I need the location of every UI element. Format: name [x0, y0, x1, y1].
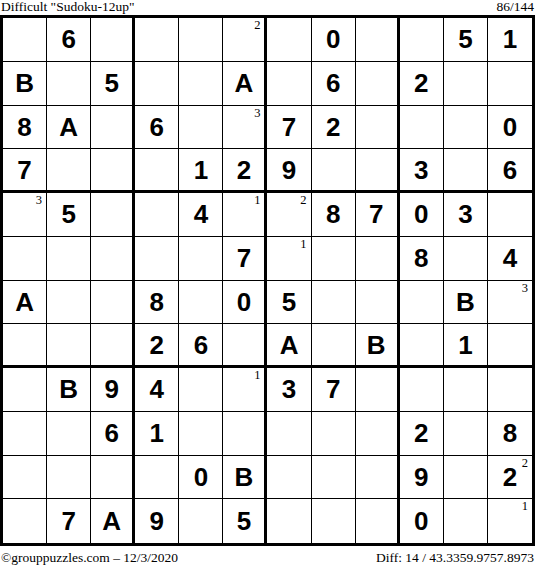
- cell-r5c8[interactable]: 8: [312, 193, 356, 237]
- small-corner-mark: 1: [254, 369, 260, 382]
- given-value: 9: [414, 464, 428, 490]
- cell-r12c2[interactable]: 7: [47, 499, 91, 543]
- cell-r11c7[interactable]: [267, 456, 311, 500]
- given-value: 0: [326, 26, 340, 52]
- given-value: 7: [282, 114, 296, 140]
- given-value: 7: [326, 376, 340, 402]
- cell-r8c6[interactable]: [223, 324, 267, 368]
- cell-r4c10[interactable]: 3: [400, 149, 444, 193]
- given-value: B: [235, 464, 254, 490]
- cell-r11c5[interactable]: 0: [179, 456, 223, 500]
- cell-r10c6[interactable]: [223, 412, 267, 456]
- cell-r3c6[interactable]: 3: [223, 106, 267, 150]
- cell-r11c10[interactable]: 9: [400, 456, 444, 500]
- cell-r5c7[interactable]: 2: [267, 193, 311, 237]
- cell-r8c9[interactable]: B: [356, 324, 400, 368]
- given-value: 8: [414, 245, 428, 271]
- cell-r4c9[interactable]: [356, 149, 400, 193]
- given-value: 2: [150, 332, 164, 358]
- cell-r4c1[interactable]: 7: [3, 149, 47, 193]
- cell-r1c12[interactable]: 1: [488, 18, 532, 62]
- cell-r9c2[interactable]: B: [47, 368, 91, 412]
- cell-r7c12[interactable]: 3: [488, 281, 532, 325]
- cell-r5c1[interactable]: 3: [3, 193, 47, 237]
- cell-r12c12[interactable]: 1: [488, 499, 532, 543]
- given-value: 3: [282, 376, 296, 402]
- cell-r10c2[interactable]: [47, 412, 91, 456]
- given-value: 7: [237, 245, 251, 271]
- small-corner-mark: 3: [254, 107, 260, 120]
- given-value: 8: [17, 114, 31, 140]
- given-value: 6: [503, 157, 517, 183]
- given-value: 5: [458, 26, 472, 52]
- cell-r3c12[interactable]: 0: [488, 106, 532, 150]
- cell-r2c8[interactable]: 6: [312, 62, 356, 106]
- cell-r2c9[interactable]: [356, 62, 400, 106]
- cell-r1c3[interactable]: [91, 18, 135, 62]
- cell-r5c9[interactable]: 7: [356, 193, 400, 237]
- cell-r8c7[interactable]: A: [267, 324, 311, 368]
- cell-r5c6[interactable]: 1: [223, 193, 267, 237]
- given-value: B: [59, 376, 78, 402]
- cell-r7c5[interactable]: [179, 281, 223, 325]
- cell-r3c8[interactable]: 2: [312, 106, 356, 150]
- cell-r8c12[interactable]: [488, 324, 532, 368]
- cell-r7c7[interactable]: 5: [267, 281, 311, 325]
- given-value: 0: [194, 464, 208, 490]
- cell-r1c4[interactable]: [135, 18, 179, 62]
- cell-r2c10[interactable]: 2: [400, 62, 444, 106]
- cell-r1c8[interactable]: 0: [312, 18, 356, 62]
- small-corner-mark: 2: [254, 19, 260, 32]
- cell-r1c11[interactable]: 5: [444, 18, 488, 62]
- given-value: 2: [503, 464, 517, 490]
- cell-r10c7[interactable]: [267, 412, 311, 456]
- given-value: 8: [150, 289, 164, 315]
- given-value: 5: [61, 201, 75, 227]
- cell-r5c12[interactable]: [488, 193, 532, 237]
- cell-r10c10[interactable]: 2: [400, 412, 444, 456]
- cell-r10c3[interactable]: 6: [91, 412, 135, 456]
- cell-r4c6[interactable]: 2: [223, 149, 267, 193]
- cell-r6c1[interactable]: [3, 237, 47, 281]
- cell-r12c8[interactable]: [312, 499, 356, 543]
- cell-r2c7[interactable]: [267, 62, 311, 106]
- given-value: 6: [104, 420, 118, 446]
- small-corner-mark: 2: [522, 457, 528, 470]
- cell-r4c3[interactable]: [91, 149, 135, 193]
- given-value: A: [102, 508, 121, 534]
- cell-r6c4[interactable]: [135, 237, 179, 281]
- cell-r4c12[interactable]: 6: [488, 149, 532, 193]
- given-value: 1: [503, 26, 517, 52]
- cell-r6c12[interactable]: 4: [488, 237, 532, 281]
- cell-r10c5[interactable]: [179, 412, 223, 456]
- cell-r5c2[interactable]: 5: [47, 193, 91, 237]
- given-value: A: [15, 289, 34, 315]
- cell-r4c8[interactable]: [312, 149, 356, 193]
- cell-r2c6[interactable]: A: [223, 62, 267, 106]
- cell-r3c3[interactable]: [91, 106, 135, 150]
- cell-r12c10[interactable]: 0: [400, 499, 444, 543]
- small-corner-mark: 2: [300, 194, 306, 207]
- given-value: 3: [414, 157, 428, 183]
- given-value: 5: [104, 70, 118, 96]
- cell-r10c8[interactable]: [312, 412, 356, 456]
- cell-r2c2[interactable]: [47, 62, 91, 106]
- cell-r11c9[interactable]: [356, 456, 400, 500]
- cell-r5c10[interactable]: 0: [400, 193, 444, 237]
- small-corner-mark: 3: [36, 194, 42, 207]
- given-value: 3: [458, 201, 472, 227]
- cell-r9c9[interactable]: [356, 368, 400, 412]
- cell-r7c11[interactable]: B: [444, 281, 488, 325]
- given-value: 6: [150, 114, 164, 140]
- cell-r6c10[interactable]: 8: [400, 237, 444, 281]
- cell-r6c11[interactable]: [444, 237, 488, 281]
- cell-r12c1[interactable]: [3, 499, 47, 543]
- cell-r4c4[interactable]: [135, 149, 179, 193]
- cell-r10c11[interactable]: [444, 412, 488, 456]
- cell-r8c8[interactable]: [312, 324, 356, 368]
- given-value: 9: [150, 508, 164, 534]
- given-value: 0: [414, 201, 428, 227]
- cell-r1c9[interactable]: [356, 18, 400, 62]
- cell-r10c9[interactable]: [356, 412, 400, 456]
- footer: ©grouppuzzles.com – 12/3/2020 Diff: 14 /…: [0, 546, 535, 569]
- header: Difficult "Sudoku-12up" 86/144: [0, 0, 535, 15]
- given-value: 2: [414, 70, 428, 96]
- puzzle-counter: 86/144: [496, 0, 534, 14]
- given-value: A: [59, 114, 78, 140]
- cell-r11c8[interactable]: [312, 456, 356, 500]
- given-value: 0: [414, 508, 428, 534]
- cell-r5c5[interactable]: 4: [179, 193, 223, 237]
- cell-r2c11[interactable]: [444, 62, 488, 106]
- given-value: 7: [369, 201, 383, 227]
- given-value: A: [280, 332, 299, 358]
- given-value: 4: [503, 245, 517, 271]
- cell-r8c11[interactable]: 1: [444, 324, 488, 368]
- given-value: 6: [326, 70, 340, 96]
- small-corner-mark: 3: [522, 282, 528, 295]
- cell-r6c7[interactable]: 1: [267, 237, 311, 281]
- cell-r5c11[interactable]: 3: [444, 193, 488, 237]
- cell-r6c3[interactable]: [91, 237, 135, 281]
- cell-r10c12[interactable]: 8: [488, 412, 532, 456]
- cell-r3c1[interactable]: 8: [3, 106, 47, 150]
- cell-r6c5[interactable]: [179, 237, 223, 281]
- given-value: 4: [150, 376, 164, 402]
- given-value: 4: [194, 201, 208, 227]
- cell-r3c11[interactable]: [444, 106, 488, 150]
- cell-r11c4[interactable]: [135, 456, 179, 500]
- small-corner-mark: 1: [522, 500, 528, 513]
- given-value: 6: [61, 26, 75, 52]
- cell-r7c4[interactable]: 8: [135, 281, 179, 325]
- given-value: 2: [326, 114, 340, 140]
- cell-r11c11[interactable]: [444, 456, 488, 500]
- given-value: 5: [237, 508, 251, 534]
- given-value: 9: [282, 157, 296, 183]
- cell-r4c2[interactable]: [47, 149, 91, 193]
- cell-r7c8[interactable]: [312, 281, 356, 325]
- copyright-text: ©grouppuzzles.com – 12/3/2020: [1, 549, 178, 566]
- cell-r8c4[interactable]: 2: [135, 324, 179, 368]
- cell-r5c4[interactable]: [135, 193, 179, 237]
- cell-r8c2[interactable]: [47, 324, 91, 368]
- small-corner-mark: 1: [254, 194, 260, 207]
- cell-r12c3[interactable]: A: [91, 499, 135, 543]
- cell-r1c1[interactable]: [3, 18, 47, 62]
- cell-r9c4[interactable]: 4: [135, 368, 179, 412]
- cell-r6c9[interactable]: [356, 237, 400, 281]
- cell-r9c10[interactable]: [400, 368, 444, 412]
- given-value: 5: [282, 289, 296, 315]
- puzzle-title: Difficult "Sudoku-12up": [1, 0, 134, 14]
- cell-r4c11[interactable]: [444, 149, 488, 193]
- cell-r11c12[interactable]: 22: [488, 456, 532, 500]
- cell-r7c1[interactable]: A: [3, 281, 47, 325]
- cell-r3c10[interactable]: [400, 106, 444, 150]
- cell-r12c11[interactable]: [444, 499, 488, 543]
- given-value: B: [15, 70, 34, 96]
- cell-r3c9[interactable]: [356, 106, 400, 150]
- cell-r9c7[interactable]: 3: [267, 368, 311, 412]
- cell-r9c3[interactable]: 9: [91, 368, 135, 412]
- cell-r7c6[interactable]: 0: [223, 281, 267, 325]
- given-value: 0: [237, 289, 251, 315]
- cell-r1c2[interactable]: 6: [47, 18, 91, 62]
- given-value: B: [367, 332, 386, 358]
- cell-r7c10[interactable]: [400, 281, 444, 325]
- cell-r12c5[interactable]: [179, 499, 223, 543]
- difficulty-text: Diff: 14 / 43.3359.9757.8973: [376, 549, 534, 566]
- small-corner-mark: 1: [300, 238, 306, 251]
- given-value: 6: [194, 332, 208, 358]
- cell-r7c2[interactable]: [47, 281, 91, 325]
- cell-r6c8[interactable]: [312, 237, 356, 281]
- cell-r8c10[interactable]: [400, 324, 444, 368]
- cell-r3c7[interactable]: 7: [267, 106, 311, 150]
- cell-r10c4[interactable]: 1: [135, 412, 179, 456]
- cell-r8c5[interactable]: 6: [179, 324, 223, 368]
- cell-r2c4[interactable]: [135, 62, 179, 106]
- cell-r9c1[interactable]: [3, 368, 47, 412]
- cell-r9c6[interactable]: 1: [223, 368, 267, 412]
- given-value: 8: [503, 420, 517, 446]
- cell-r9c5[interactable]: [179, 368, 223, 412]
- given-value: 1: [150, 420, 164, 446]
- given-value: 7: [61, 508, 75, 534]
- cell-r2c12[interactable]: [488, 62, 532, 106]
- cell-r11c3[interactable]: [91, 456, 135, 500]
- cell-r2c3[interactable]: 5: [91, 62, 135, 106]
- cell-r11c1[interactable]: [3, 456, 47, 500]
- cell-r10c1[interactable]: [3, 412, 47, 456]
- given-value: 2: [414, 420, 428, 446]
- cell-r2c1[interactable]: B: [3, 62, 47, 106]
- cell-r3c2[interactable]: A: [47, 106, 91, 150]
- cell-r3c4[interactable]: 6: [135, 106, 179, 150]
- cell-r4c5[interactable]: 1: [179, 149, 223, 193]
- given-value: 7: [17, 157, 31, 183]
- cell-r1c5[interactable]: [179, 18, 223, 62]
- cell-r9c8[interactable]: 7: [312, 368, 356, 412]
- cell-r1c6[interactable]: 2: [223, 18, 267, 62]
- puzzle-page: Difficult "Sudoku-12up" 86/144 62051B5A6…: [0, 0, 535, 569]
- given-value: B: [456, 289, 475, 315]
- given-value: 1: [194, 157, 208, 183]
- cell-r4c7[interactable]: 9: [267, 149, 311, 193]
- given-value: 0: [503, 114, 517, 140]
- given-value: 2: [237, 157, 251, 183]
- cell-r8c1[interactable]: [3, 324, 47, 368]
- cell-r1c10[interactable]: [400, 18, 444, 62]
- sudoku-grid: 62051B5A628A637207129363541287037184A805…: [0, 15, 535, 546]
- cell-r11c2[interactable]: [47, 456, 91, 500]
- given-value: 8: [326, 201, 340, 227]
- cell-r12c6[interactable]: 5: [223, 499, 267, 543]
- cell-r9c11[interactable]: [444, 368, 488, 412]
- cell-r9c12[interactable]: [488, 368, 532, 412]
- cell-r12c4[interactable]: 9: [135, 499, 179, 543]
- given-value: 9: [104, 376, 118, 402]
- given-value: A: [235, 70, 254, 96]
- cell-r5c3[interactable]: [91, 193, 135, 237]
- cell-r6c2[interactable]: [47, 237, 91, 281]
- given-value: 1: [458, 332, 472, 358]
- cell-r12c9[interactable]: [356, 499, 400, 543]
- cell-r6c6[interactable]: 7: [223, 237, 267, 281]
- cell-r8c3[interactable]: [91, 324, 135, 368]
- cell-r3c5[interactable]: [179, 106, 223, 150]
- cell-r7c3[interactable]: [91, 281, 135, 325]
- cell-r11c6[interactable]: B: [223, 456, 267, 500]
- cell-r1c7[interactable]: [267, 18, 311, 62]
- cell-r7c9[interactable]: [356, 281, 400, 325]
- cell-r2c5[interactable]: [179, 62, 223, 106]
- cell-r12c7[interactable]: [267, 499, 311, 543]
